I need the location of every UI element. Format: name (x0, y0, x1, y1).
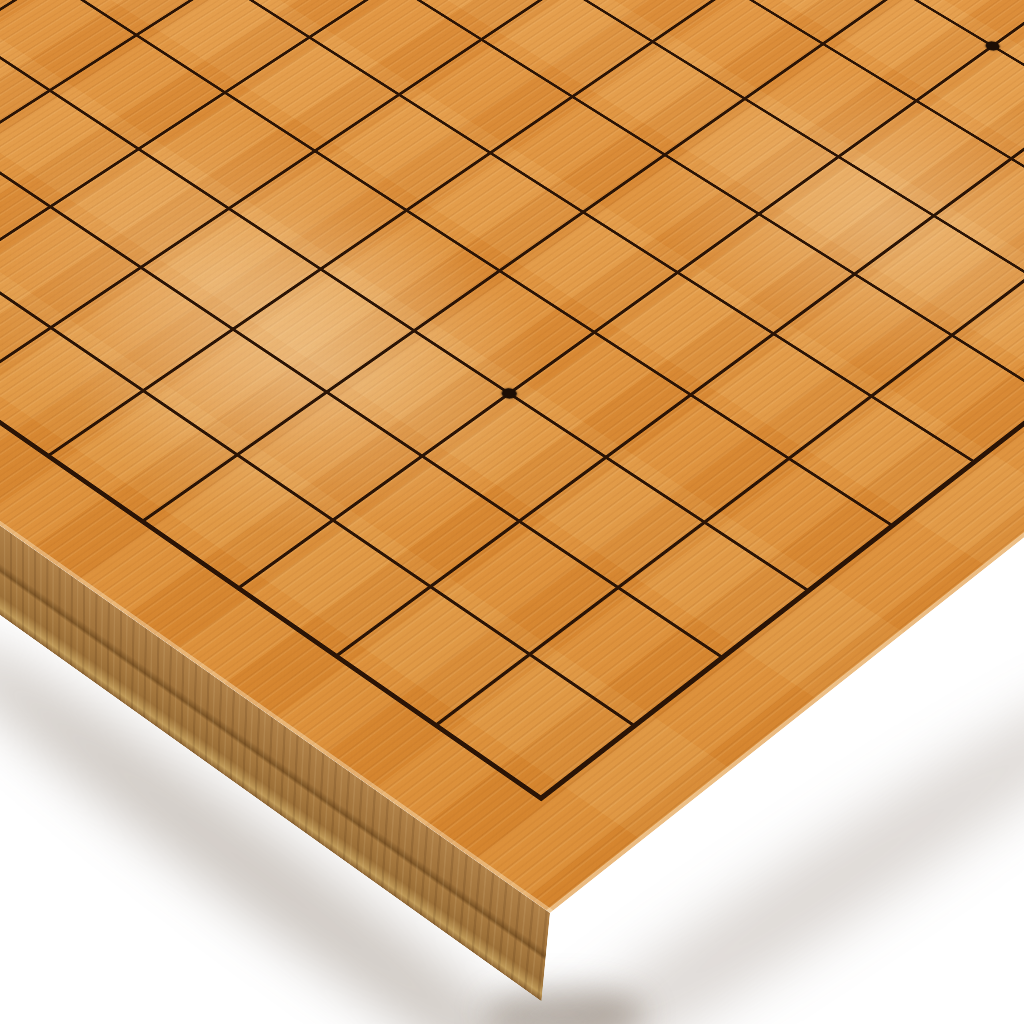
board-top-face (0, 0, 1024, 913)
go-board-photo (40, 16, 1024, 1024)
scene (40, 16, 1024, 1024)
